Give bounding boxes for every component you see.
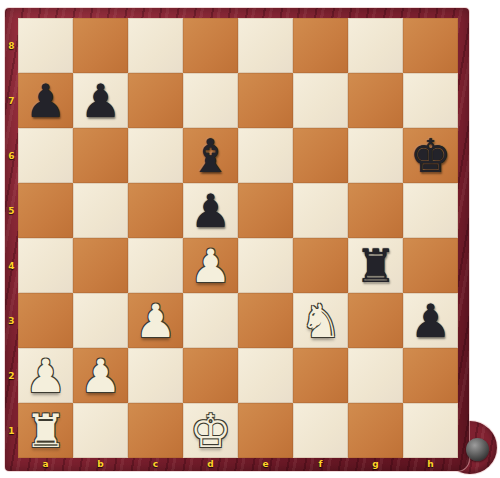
square-f5[interactable] — [293, 183, 348, 238]
square-b3[interactable] — [73, 293, 128, 348]
square-h8[interactable] — [403, 18, 458, 73]
file-label-d: d — [183, 457, 238, 471]
square-e1[interactable] — [238, 403, 293, 458]
square-a6[interactable] — [18, 128, 73, 183]
file-label-f: f — [293, 457, 348, 471]
square-h2[interactable] — [403, 348, 458, 403]
rank-label-2: 2 — [5, 348, 18, 403]
rank-label-6: 6 — [5, 128, 18, 183]
square-d1[interactable]: ♚ — [183, 403, 238, 458]
piece-black-pawn-h3[interactable]: ♟ — [403, 293, 458, 348]
rank-label-3: 3 — [5, 293, 18, 348]
piece-white-pawn-d4[interactable]: ♟ — [183, 238, 238, 293]
file-label-h: h — [403, 457, 458, 471]
corner-knob — [466, 438, 489, 461]
square-a4[interactable] — [18, 238, 73, 293]
square-d8[interactable] — [183, 18, 238, 73]
square-b8[interactable] — [73, 18, 128, 73]
piece-black-pawn-d5[interactable]: ♟ — [183, 183, 238, 238]
piece-black-bishop-d6[interactable]: ♝ — [183, 128, 238, 183]
square-d6[interactable]: ♝ — [183, 128, 238, 183]
chessboard-screenshot: ♟♟♝♚♟♟♜♟♞♟♟♟♜♚ 87654321 abcdefgh — [0, 0, 500, 478]
piece-white-pawn-b2[interactable]: ♟ — [73, 348, 128, 403]
square-h4[interactable] — [403, 238, 458, 293]
piece-black-rook-g4[interactable]: ♜ — [348, 238, 403, 293]
square-b7[interactable]: ♟ — [73, 73, 128, 128]
square-d3[interactable] — [183, 293, 238, 348]
square-g4[interactable]: ♜ — [348, 238, 403, 293]
square-a3[interactable] — [18, 293, 73, 348]
square-h6[interactable]: ♚ — [403, 128, 458, 183]
square-c6[interactable] — [128, 128, 183, 183]
square-b6[interactable] — [73, 128, 128, 183]
file-labels: abcdefgh — [18, 457, 458, 471]
square-f7[interactable] — [293, 73, 348, 128]
piece-black-pawn-b7[interactable]: ♟ — [73, 73, 128, 128]
file-label-c: c — [128, 457, 183, 471]
piece-white-king-d1[interactable]: ♚ — [183, 403, 238, 458]
square-c1[interactable] — [128, 403, 183, 458]
file-label-e: e — [238, 457, 293, 471]
square-f2[interactable] — [293, 348, 348, 403]
piece-black-pawn-a7[interactable]: ♟ — [18, 73, 73, 128]
square-f3[interactable]: ♞ — [293, 293, 348, 348]
square-a2[interactable]: ♟ — [18, 348, 73, 403]
piece-white-rook-a1[interactable]: ♜ — [18, 403, 73, 458]
square-g8[interactable] — [348, 18, 403, 73]
rank-label-8: 8 — [5, 18, 18, 73]
square-h7[interactable] — [403, 73, 458, 128]
rank-label-5: 5 — [5, 183, 18, 238]
square-e7[interactable] — [238, 73, 293, 128]
square-c2[interactable] — [128, 348, 183, 403]
piece-black-king-h6[interactable]: ♚ — [403, 128, 458, 183]
square-d7[interactable] — [183, 73, 238, 128]
rank-label-1: 1 — [5, 403, 18, 458]
piece-white-pawn-a2[interactable]: ♟ — [18, 348, 73, 403]
square-f8[interactable] — [293, 18, 348, 73]
square-e5[interactable] — [238, 183, 293, 238]
square-c3[interactable]: ♟ — [128, 293, 183, 348]
square-a7[interactable]: ♟ — [18, 73, 73, 128]
board-grid: ♟♟♝♚♟♟♜♟♞♟♟♟♜♚ — [18, 18, 458, 458]
square-f6[interactable] — [293, 128, 348, 183]
square-e8[interactable] — [238, 18, 293, 73]
square-b5[interactable] — [73, 183, 128, 238]
rank-label-7: 7 — [5, 73, 18, 128]
square-b1[interactable] — [73, 403, 128, 458]
square-c8[interactable] — [128, 18, 183, 73]
piece-white-knight-f3[interactable]: ♞ — [293, 293, 348, 348]
square-d2[interactable] — [183, 348, 238, 403]
square-b4[interactable] — [73, 238, 128, 293]
square-g5[interactable] — [348, 183, 403, 238]
square-a5[interactable] — [18, 183, 73, 238]
file-label-b: b — [73, 457, 128, 471]
square-b2[interactable]: ♟ — [73, 348, 128, 403]
square-e4[interactable] — [238, 238, 293, 293]
square-e3[interactable] — [238, 293, 293, 348]
rank-label-4: 4 — [5, 238, 18, 293]
square-c5[interactable] — [128, 183, 183, 238]
square-g7[interactable] — [348, 73, 403, 128]
square-e6[interactable] — [238, 128, 293, 183]
square-h1[interactable] — [403, 403, 458, 458]
square-c7[interactable] — [128, 73, 183, 128]
square-g6[interactable] — [348, 128, 403, 183]
rank-labels: 87654321 — [5, 18, 18, 458]
square-a1[interactable]: ♜ — [18, 403, 73, 458]
square-e2[interactable] — [238, 348, 293, 403]
square-a8[interactable] — [18, 18, 73, 73]
piece-white-pawn-c3[interactable]: ♟ — [128, 293, 183, 348]
square-d4[interactable]: ♟ — [183, 238, 238, 293]
square-h3[interactable]: ♟ — [403, 293, 458, 348]
square-g3[interactable] — [348, 293, 403, 348]
square-d5[interactable]: ♟ — [183, 183, 238, 238]
square-h5[interactable] — [403, 183, 458, 238]
square-c4[interactable] — [128, 238, 183, 293]
file-label-a: a — [18, 457, 73, 471]
square-g1[interactable] — [348, 403, 403, 458]
square-g2[interactable] — [348, 348, 403, 403]
square-f1[interactable] — [293, 403, 348, 458]
square-f4[interactable] — [293, 238, 348, 293]
file-label-g: g — [348, 457, 403, 471]
